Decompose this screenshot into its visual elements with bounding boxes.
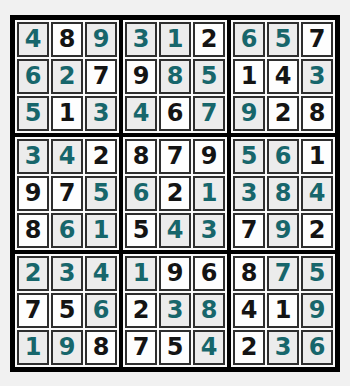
box-6: 561384792 xyxy=(229,135,337,252)
cell-r9c6[interactable]: 4 xyxy=(193,330,225,365)
box-5: 879621543 xyxy=(121,135,229,252)
sudoku-board: 4896275133129854676571439283429758618796… xyxy=(10,15,340,372)
cell-r6c3[interactable]: 1 xyxy=(85,213,117,248)
cell-r6c9[interactable]: 2 xyxy=(301,213,333,248)
cell-r1c3[interactable]: 9 xyxy=(85,22,117,57)
box-2: 312985467 xyxy=(121,18,229,135)
cell-r8c5[interactable]: 3 xyxy=(159,293,191,328)
cell-r6c8[interactable]: 9 xyxy=(267,213,299,248)
cell-r8c7[interactable]: 4 xyxy=(233,293,265,328)
cell-r4c6[interactable]: 9 xyxy=(193,139,225,174)
cell-r6c6[interactable]: 3 xyxy=(193,213,225,248)
cell-r9c5[interactable]: 5 xyxy=(159,330,191,365)
cell-r3c6[interactable]: 7 xyxy=(193,96,225,131)
cell-r2c5[interactable]: 8 xyxy=(159,59,191,94)
cell-r8c6[interactable]: 8 xyxy=(193,293,225,328)
cell-r8c9[interactable]: 9 xyxy=(301,293,333,328)
cell-r9c2[interactable]: 9 xyxy=(51,330,83,365)
cell-r7c4[interactable]: 1 xyxy=(125,256,157,291)
cell-r1c4[interactable]: 3 xyxy=(125,22,157,57)
box-9: 875419236 xyxy=(229,252,337,369)
cell-r1c8[interactable]: 5 xyxy=(267,22,299,57)
cell-r7c2[interactable]: 3 xyxy=(51,256,83,291)
cell-r7c6[interactable]: 6 xyxy=(193,256,225,291)
cell-r8c2[interactable]: 5 xyxy=(51,293,83,328)
cell-r3c3[interactable]: 3 xyxy=(85,96,117,131)
cell-r5c4[interactable]: 6 xyxy=(125,176,157,211)
cell-r2c3[interactable]: 7 xyxy=(85,59,117,94)
cell-r3c7[interactable]: 9 xyxy=(233,96,265,131)
cell-r2c1[interactable]: 6 xyxy=(17,59,49,94)
cell-r7c3[interactable]: 4 xyxy=(85,256,117,291)
cell-r2c9[interactable]: 3 xyxy=(301,59,333,94)
cell-r1c5[interactable]: 1 xyxy=(159,22,191,57)
cell-r9c4[interactable]: 7 xyxy=(125,330,157,365)
box-1: 489627513 xyxy=(13,18,121,135)
cell-r9c7[interactable]: 2 xyxy=(233,330,265,365)
cell-r7c1[interactable]: 2 xyxy=(17,256,49,291)
cell-r2c7[interactable]: 1 xyxy=(233,59,265,94)
cell-r4c7[interactable]: 5 xyxy=(233,139,265,174)
cell-r2c2[interactable]: 2 xyxy=(51,59,83,94)
cell-r4c5[interactable]: 7 xyxy=(159,139,191,174)
cell-r3c8[interactable]: 2 xyxy=(267,96,299,131)
cell-r5c3[interactable]: 5 xyxy=(85,176,117,211)
cell-r8c8[interactable]: 1 xyxy=(267,293,299,328)
box-8: 196238754 xyxy=(121,252,229,369)
cell-r5c5[interactable]: 2 xyxy=(159,176,191,211)
cell-r3c5[interactable]: 6 xyxy=(159,96,191,131)
cell-r8c1[interactable]: 7 xyxy=(17,293,49,328)
box-4: 342975861 xyxy=(13,135,121,252)
cell-r4c9[interactable]: 1 xyxy=(301,139,333,174)
cell-r6c4[interactable]: 5 xyxy=(125,213,157,248)
box-3: 657143928 xyxy=(229,18,337,135)
cell-r9c8[interactable]: 3 xyxy=(267,330,299,365)
cell-r9c3[interactable]: 8 xyxy=(85,330,117,365)
cell-r5c2[interactable]: 7 xyxy=(51,176,83,211)
cell-r6c2[interactable]: 6 xyxy=(51,213,83,248)
cell-r4c3[interactable]: 2 xyxy=(85,139,117,174)
cell-r1c7[interactable]: 6 xyxy=(233,22,265,57)
cell-r1c6[interactable]: 2 xyxy=(193,22,225,57)
cell-r2c8[interactable]: 4 xyxy=(267,59,299,94)
cell-r6c5[interactable]: 4 xyxy=(159,213,191,248)
cell-r7c5[interactable]: 9 xyxy=(159,256,191,291)
cell-r3c2[interactable]: 1 xyxy=(51,96,83,131)
cell-r1c2[interactable]: 8 xyxy=(51,22,83,57)
cell-r6c7[interactable]: 7 xyxy=(233,213,265,248)
cell-r9c1[interactable]: 1 xyxy=(17,330,49,365)
cell-r4c8[interactable]: 6 xyxy=(267,139,299,174)
cell-r4c1[interactable]: 3 xyxy=(17,139,49,174)
cell-r5c7[interactable]: 3 xyxy=(233,176,265,211)
cell-r9c9[interactable]: 6 xyxy=(301,330,333,365)
cell-r4c4[interactable]: 8 xyxy=(125,139,157,174)
cell-r7c7[interactable]: 8 xyxy=(233,256,265,291)
cell-r2c6[interactable]: 5 xyxy=(193,59,225,94)
cell-r5c9[interactable]: 4 xyxy=(301,176,333,211)
cell-r3c9[interactable]: 8 xyxy=(301,96,333,131)
cell-r5c6[interactable]: 1 xyxy=(193,176,225,211)
cell-r1c1[interactable]: 4 xyxy=(17,22,49,57)
cell-r6c1[interactable]: 8 xyxy=(17,213,49,248)
cell-r4c2[interactable]: 4 xyxy=(51,139,83,174)
cell-r1c9[interactable]: 7 xyxy=(301,22,333,57)
cell-r3c4[interactable]: 4 xyxy=(125,96,157,131)
cell-r8c4[interactable]: 2 xyxy=(125,293,157,328)
cell-r2c4[interactable]: 9 xyxy=(125,59,157,94)
box-7: 234756198 xyxy=(13,252,121,369)
cell-r5c8[interactable]: 8 xyxy=(267,176,299,211)
cell-r5c1[interactable]: 9 xyxy=(17,176,49,211)
cell-r3c1[interactable]: 5 xyxy=(17,96,49,131)
cell-r7c8[interactable]: 7 xyxy=(267,256,299,291)
cell-r7c9[interactable]: 5 xyxy=(301,256,333,291)
cell-r8c3[interactable]: 6 xyxy=(85,293,117,328)
